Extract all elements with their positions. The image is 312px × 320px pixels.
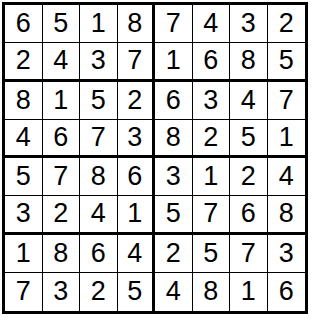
sudoku-cell-r6c7[interactable]: 6 (230, 196, 268, 234)
sudoku-cell-r1c4[interactable]: 8 (118, 5, 156, 43)
sudoku-cell-r3c5[interactable]: 6 (155, 82, 193, 120)
sudoku-cell-r2c4[interactable]: 7 (118, 43, 156, 81)
sudoku-cell-r1c7[interactable]: 3 (230, 5, 268, 43)
sudoku-cell-r1c8[interactable]: 2 (268, 5, 306, 43)
sudoku-cell-r1c6[interactable]: 4 (193, 5, 231, 43)
sudoku-cell-r4c5[interactable]: 8 (155, 120, 193, 158)
sudoku-cell-r6c5[interactable]: 5 (155, 196, 193, 234)
sudoku-cell-r1c1[interactable]: 6 (5, 5, 43, 43)
sudoku-cell-r3c4[interactable]: 2 (118, 82, 156, 120)
sudoku-cell-r4c2[interactable]: 6 (43, 120, 81, 158)
sudoku-cell-r7c4[interactable]: 4 (118, 235, 156, 273)
sudoku-cell-r3c3[interactable]: 5 (80, 82, 118, 120)
sudoku-cell-r6c8[interactable]: 8 (268, 196, 306, 234)
sudoku-cell-r4c6[interactable]: 2 (193, 120, 231, 158)
sudoku-cell-r8c8[interactable]: 6 (268, 273, 306, 311)
sudoku-cell-r7c2[interactable]: 8 (43, 235, 81, 273)
sudoku-cell-r8c5[interactable]: 4 (155, 273, 193, 311)
sudoku-cell-r5c5[interactable]: 3 (155, 158, 193, 196)
sudoku-cell-r8c7[interactable]: 1 (230, 273, 268, 311)
sudoku-cell-r5c7[interactable]: 2 (230, 158, 268, 196)
sudoku-cell-r2c5[interactable]: 1 (155, 43, 193, 81)
sudoku-cell-r6c6[interactable]: 7 (193, 196, 231, 234)
sudoku-cell-r1c5[interactable]: 7 (155, 5, 193, 43)
sudoku-cell-r4c7[interactable]: 5 (230, 120, 268, 158)
sudoku-cell-r1c2[interactable]: 5 (43, 5, 81, 43)
sudoku-cell-r4c4[interactable]: 3 (118, 120, 156, 158)
sudoku-cell-r4c1[interactable]: 4 (5, 120, 43, 158)
sudoku-cell-r8c3[interactable]: 2 (80, 273, 118, 311)
sudoku-cell-r6c2[interactable]: 2 (43, 196, 81, 234)
sudoku-cell-r3c6[interactable]: 3 (193, 82, 231, 120)
sudoku-cell-r3c8[interactable]: 7 (268, 82, 306, 120)
sudoku-cell-r7c6[interactable]: 5 (193, 235, 231, 273)
sudoku-cell-r7c1[interactable]: 1 (5, 235, 43, 273)
sudoku-cell-r4c3[interactable]: 7 (80, 120, 118, 158)
sudoku-cell-r6c4[interactable]: 1 (118, 196, 156, 234)
sudoku-cell-r5c4[interactable]: 6 (118, 158, 156, 196)
sudoku-cell-r8c4[interactable]: 5 (118, 273, 156, 311)
sudoku-cell-r8c6[interactable]: 8 (193, 273, 231, 311)
sudoku-cell-r3c7[interactable]: 4 (230, 82, 268, 120)
sudoku-cell-r5c1[interactable]: 5 (5, 158, 43, 196)
sudoku-cell-r5c8[interactable]: 4 (268, 158, 306, 196)
sudoku-cell-r5c6[interactable]: 1 (193, 158, 231, 196)
sudoku-cell-r7c8[interactable]: 3 (268, 235, 306, 273)
sudoku-cell-r2c2[interactable]: 4 (43, 43, 81, 81)
sudoku-cell-r5c2[interactable]: 7 (43, 158, 81, 196)
sudoku-cell-r6c3[interactable]: 4 (80, 196, 118, 234)
sudoku-cell-r2c6[interactable]: 6 (193, 43, 231, 81)
sudoku-cell-r2c1[interactable]: 2 (5, 43, 43, 81)
sudoku-cell-r2c8[interactable]: 5 (268, 43, 306, 81)
sudoku-cell-r2c3[interactable]: 3 (80, 43, 118, 81)
sudoku-cell-r5c3[interactable]: 8 (80, 158, 118, 196)
sudoku-cell-r1c3[interactable]: 1 (80, 5, 118, 43)
sudoku-cell-r2c7[interactable]: 8 (230, 43, 268, 81)
sudoku-cell-r6c1[interactable]: 3 (5, 196, 43, 234)
sudoku-cell-r8c2[interactable]: 3 (43, 273, 81, 311)
sudoku-cell-r3c2[interactable]: 1 (43, 82, 81, 120)
sudoku-cell-r4c8[interactable]: 1 (268, 120, 306, 158)
sudoku-cell-r7c3[interactable]: 6 (80, 235, 118, 273)
sudoku-cell-r3c1[interactable]: 8 (5, 82, 43, 120)
sudoku-cell-r7c7[interactable]: 7 (230, 235, 268, 273)
sudoku-cell-r8c1[interactable]: 7 (5, 273, 43, 311)
sudoku-cell-r7c5[interactable]: 2 (155, 235, 193, 273)
sudoku-board: 6 5 1 8 7 4 3 2 2 4 3 7 1 6 8 5 8 1 5 2 … (2, 2, 308, 314)
